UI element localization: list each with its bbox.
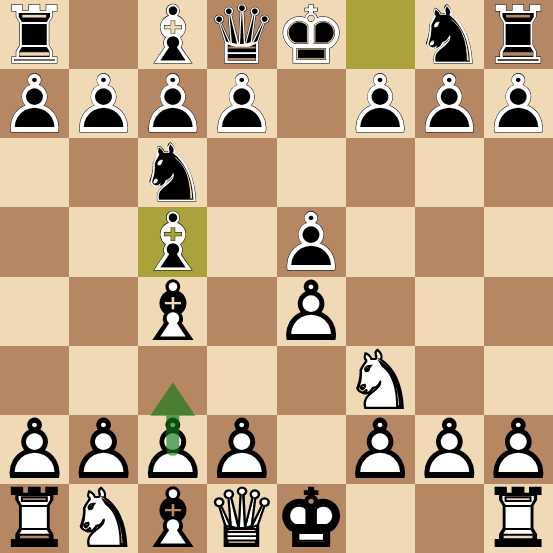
piece-black-king[interactable]: ♚♔: [277, 0, 346, 69]
piece-black-rook[interactable]: ♜♖: [484, 0, 553, 69]
piece-black-bishop[interactable]: ♝♗: [138, 0, 207, 69]
square-f5[interactable]: [346, 207, 415, 276]
piece-black-pawn[interactable]: ♟♙: [346, 69, 415, 138]
white-pawn-icon: ♟: [277, 278, 346, 347]
black-king-icon: ♚: [277, 1, 346, 70]
square-c1[interactable]: ♝♗: [138, 484, 207, 553]
piece-detail-lines: ♙: [415, 416, 484, 485]
square-c8[interactable]: ♝♗: [138, 0, 207, 69]
piece-detail-lines: ♖: [484, 485, 553, 553]
piece-white-bishop[interactable]: ♝♗: [138, 484, 207, 553]
piece-black-bishop[interactable]: ♝♗: [138, 207, 207, 276]
white-bishop-icon: ♝: [138, 485, 207, 553]
square-e5[interactable]: ♟♙: [277, 207, 346, 276]
piece-black-pawn[interactable]: ♟♙: [207, 69, 276, 138]
white-knight-icon: ♞: [346, 347, 415, 416]
square-c7[interactable]: ♟♙: [138, 69, 207, 138]
white-pawn-icon: ♟: [207, 416, 276, 485]
piece-detail-lines: ♙: [207, 416, 276, 485]
square-f4[interactable]: [346, 277, 415, 346]
black-pawn-icon: ♟: [484, 70, 553, 139]
square-e6[interactable]: [277, 138, 346, 207]
black-pawn-icon: ♟: [346, 70, 415, 139]
square-f2[interactable]: ♟♙: [346, 415, 415, 484]
black-pawn-icon: ♟: [277, 208, 346, 277]
square-g6[interactable]: [415, 138, 484, 207]
square-c6[interactable]: ♞♘: [138, 138, 207, 207]
square-g8[interactable]: ♞♘: [415, 0, 484, 69]
piece-black-pawn[interactable]: ♟♙: [484, 69, 553, 138]
black-knight-icon: ♞: [138, 139, 207, 208]
square-f6[interactable]: [346, 138, 415, 207]
square-e4[interactable]: ♟♙: [277, 277, 346, 346]
white-bishop-icon: ♝: [138, 278, 207, 347]
square-d7[interactable]: ♟♙: [207, 69, 276, 138]
square-c3[interactable]: [138, 346, 207, 415]
square-d6[interactable]: [207, 138, 276, 207]
square-d3[interactable]: [207, 346, 276, 415]
black-bishop-icon: ♝: [138, 208, 207, 277]
piece-detail-lines: ♙: [207, 70, 276, 139]
white-pawn-icon: ♟: [484, 416, 553, 485]
square-g4[interactable]: [415, 277, 484, 346]
square-h1[interactable]: ♜♖: [484, 484, 553, 553]
black-pawn-icon: ♟: [415, 70, 484, 139]
square-h7[interactable]: ♟♙: [484, 69, 553, 138]
white-pawn-icon: ♟: [346, 416, 415, 485]
white-pawn-icon: ♟: [69, 416, 138, 485]
piece-white-pawn[interactable]: ♟♙: [69, 415, 138, 484]
piece-detail-lines: ♖: [484, 1, 553, 70]
piece-white-pawn[interactable]: ♟♙: [277, 277, 346, 346]
square-d1[interactable]: ♛♕: [207, 484, 276, 553]
piece-black-queen[interactable]: ♛♕: [207, 0, 276, 69]
square-b7[interactable]: ♟♙: [69, 69, 138, 138]
square-b5[interactable]: [69, 207, 138, 276]
piece-black-knight[interactable]: ♞♘: [138, 138, 207, 207]
piece-detail-lines: ♖: [0, 485, 69, 553]
square-e7[interactable]: [277, 69, 346, 138]
piece-white-knight[interactable]: ♞♘: [69, 484, 138, 553]
square-b2[interactable]: ♟♙: [69, 415, 138, 484]
piece-detail-lines: ♙: [0, 70, 69, 139]
piece-detail-lines: ♕: [207, 1, 276, 70]
square-h2[interactable]: ♟♙: [484, 415, 553, 484]
white-king-icon: ♚: [277, 485, 346, 553]
square-a7[interactable]: ♟♙: [0, 69, 69, 138]
piece-black-pawn[interactable]: ♟♙: [277, 207, 346, 276]
piece-detail-lines: ♙: [415, 70, 484, 139]
square-d8[interactable]: ♛♕: [207, 0, 276, 69]
square-d4[interactable]: [207, 277, 276, 346]
piece-detail-lines: ♗: [138, 278, 207, 347]
square-d5[interactable]: [207, 207, 276, 276]
square-a5[interactable]: [0, 207, 69, 276]
piece-detail-lines: ♘: [69, 485, 138, 553]
piece-white-pawn[interactable]: ♟♙: [207, 415, 276, 484]
square-d2[interactable]: ♟♙: [207, 415, 276, 484]
black-rook-icon: ♜: [484, 1, 553, 70]
square-b4[interactable]: [69, 277, 138, 346]
piece-detail-lines: ♖: [0, 1, 69, 70]
square-f8[interactable]: [346, 0, 415, 69]
square-g2[interactable]: ♟♙: [415, 415, 484, 484]
square-f7[interactable]: ♟♙: [346, 69, 415, 138]
piece-white-pawn[interactable]: ♟♙: [415, 415, 484, 484]
piece-white-pawn[interactable]: ♟♙: [0, 415, 69, 484]
piece-detail-lines: ♙: [484, 416, 553, 485]
piece-detail-lines: ♔: [277, 1, 346, 70]
square-a6[interactable]: [0, 138, 69, 207]
piece-white-pawn[interactable]: ♟♙: [484, 415, 553, 484]
white-queen-icon: ♛: [207, 485, 276, 553]
black-pawn-icon: ♟: [69, 70, 138, 139]
square-a8[interactable]: ♜♖: [0, 0, 69, 69]
square-a3[interactable]: [0, 346, 69, 415]
piece-black-rook[interactable]: ♜♖: [0, 0, 69, 69]
piece-detail-lines: ♙: [69, 70, 138, 139]
black-pawn-icon: ♟: [138, 70, 207, 139]
white-rook-icon: ♜: [0, 485, 69, 553]
square-h8[interactable]: ♜♖: [484, 0, 553, 69]
piece-detail-lines: ♗: [138, 485, 207, 553]
square-f3[interactable]: ♞♘: [346, 346, 415, 415]
piece-detail-lines: ♘: [415, 1, 484, 70]
square-g3[interactable]: [415, 346, 484, 415]
square-g5[interactable]: [415, 207, 484, 276]
square-e3[interactable]: [277, 346, 346, 415]
black-queen-icon: ♛: [207, 1, 276, 70]
square-e8[interactable]: ♚♔: [277, 0, 346, 69]
square-b3[interactable]: [69, 346, 138, 415]
piece-black-knight[interactable]: ♞♘: [415, 0, 484, 69]
square-f1[interactable]: [346, 484, 415, 553]
black-rook-icon: ♜: [0, 1, 69, 70]
square-e1[interactable]: ♚♔: [277, 484, 346, 553]
black-bishop-icon: ♝: [138, 1, 207, 70]
piece-black-pawn[interactable]: ♟♙: [69, 69, 138, 138]
piece-black-pawn[interactable]: ♟♙: [138, 69, 207, 138]
square-c4[interactable]: ♝♗: [138, 277, 207, 346]
piece-detail-lines: ♙: [277, 208, 346, 277]
square-h6[interactable]: [484, 138, 553, 207]
piece-detail-lines: ♙: [0, 416, 69, 485]
square-e2[interactable]: [277, 415, 346, 484]
piece-detail-lines: ♙: [277, 278, 346, 347]
white-knight-icon: ♞: [69, 485, 138, 553]
board-squares: ♜♖♝♗♛♕♚♔♞♘♜♖♟♙♟♙♟♙♟♙♟♙♟♙♟♙♞♘♝♗♟♙♝♗♟♙♞♘♟♙…: [0, 0, 553, 553]
piece-detail-lines: ♘: [138, 139, 207, 208]
piece-detail-lines: ♙: [69, 416, 138, 485]
square-a2[interactable]: ♟♙: [0, 415, 69, 484]
square-b6[interactable]: [69, 138, 138, 207]
piece-detail-lines: ♙: [138, 416, 207, 485]
piece-detail-lines: ♙: [346, 70, 415, 139]
piece-white-king[interactable]: ♚♔: [277, 484, 346, 553]
square-g1[interactable]: [415, 484, 484, 553]
piece-detail-lines: ♔: [277, 485, 346, 553]
piece-white-queen[interactable]: ♛♕: [207, 484, 276, 553]
black-pawn-icon: ♟: [207, 70, 276, 139]
piece-white-knight[interactable]: ♞♘: [346, 346, 415, 415]
square-g7[interactable]: ♟♙: [415, 69, 484, 138]
square-b8[interactable]: [69, 0, 138, 69]
square-c5[interactable]: ♝♗: [138, 207, 207, 276]
piece-black-pawn[interactable]: ♟♙: [415, 69, 484, 138]
piece-detail-lines: ♙: [484, 70, 553, 139]
piece-white-rook[interactable]: ♜♖: [0, 484, 69, 553]
piece-detail-lines: ♗: [138, 208, 207, 277]
piece-detail-lines: ♘: [346, 347, 415, 416]
piece-detail-lines: ♗: [138, 1, 207, 70]
square-a4[interactable]: [0, 277, 69, 346]
square-a1[interactable]: ♜♖: [0, 484, 69, 553]
white-pawn-icon: ♟: [0, 416, 69, 485]
piece-white-pawn[interactable]: ♟♙: [346, 415, 415, 484]
square-h5[interactable]: [484, 207, 553, 276]
black-knight-icon: ♞: [415, 1, 484, 70]
piece-detail-lines: ♙: [138, 70, 207, 139]
white-rook-icon: ♜: [484, 485, 553, 553]
piece-white-bishop[interactable]: ♝♗: [138, 277, 207, 346]
square-c2[interactable]: ♟♙: [138, 415, 207, 484]
black-pawn-icon: ♟: [0, 70, 69, 139]
square-b1[interactable]: ♞♘: [69, 484, 138, 553]
piece-detail-lines: ♕: [207, 485, 276, 553]
piece-white-pawn[interactable]: ♟♙: [138, 415, 207, 484]
piece-white-rook[interactable]: ♜♖: [484, 484, 553, 553]
piece-detail-lines: ♙: [346, 416, 415, 485]
white-pawn-icon: ♟: [415, 416, 484, 485]
square-h3[interactable]: [484, 346, 553, 415]
chess-board: ♜♖♝♗♛♕♚♔♞♘♜♖♟♙♟♙♟♙♟♙♟♙♟♙♟♙♞♘♝♗♟♙♝♗♟♙♞♘♟♙…: [0, 0, 553, 553]
square-h4[interactable]: [484, 277, 553, 346]
piece-black-pawn[interactable]: ♟♙: [0, 69, 69, 138]
white-pawn-icon: ♟: [138, 416, 207, 485]
